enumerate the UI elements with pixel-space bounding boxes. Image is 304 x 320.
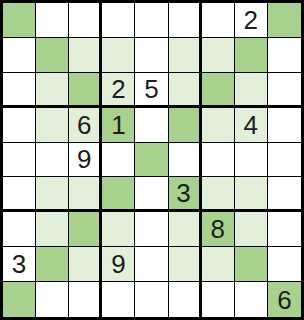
cell-r9c6[interactable] bbox=[169, 282, 202, 317]
cell-r6c5[interactable] bbox=[135, 177, 168, 212]
cell-r6c1[interactable] bbox=[3, 177, 36, 212]
cell-r1c5[interactable] bbox=[135, 3, 168, 38]
cell-r2c6[interactable] bbox=[169, 38, 202, 73]
cell-r3c1[interactable] bbox=[3, 73, 36, 108]
cell-r1c9[interactable] bbox=[268, 3, 301, 38]
cell-r1c2[interactable] bbox=[36, 3, 69, 38]
cell-r9c2[interactable] bbox=[36, 282, 69, 317]
cell-r7c4[interactable] bbox=[102, 212, 135, 247]
cell-r1c4[interactable] bbox=[102, 3, 135, 38]
cell-r9c1[interactable] bbox=[3, 282, 36, 317]
cell-r3c4[interactable]: 2 bbox=[102, 73, 135, 108]
cell-r2c8[interactable] bbox=[235, 38, 268, 73]
cell-r9c5[interactable] bbox=[135, 282, 168, 317]
cell-r1c1[interactable] bbox=[3, 3, 36, 38]
cell-r3c3[interactable] bbox=[69, 73, 102, 108]
cell-r6c9[interactable] bbox=[268, 177, 301, 212]
cell-r2c2[interactable] bbox=[36, 38, 69, 73]
cell-r4c1[interactable] bbox=[3, 108, 36, 143]
cell-r2c4[interactable] bbox=[102, 38, 135, 73]
cell-r8c2[interactable] bbox=[36, 247, 69, 282]
cell-r5c3[interactable]: 9 bbox=[69, 143, 102, 178]
cell-r3c2[interactable] bbox=[36, 73, 69, 108]
cell-r4c5[interactable] bbox=[135, 108, 168, 143]
cell-r6c2[interactable] bbox=[36, 177, 69, 212]
cell-r3c5[interactable]: 5 bbox=[135, 73, 168, 108]
cell-r5c2[interactable] bbox=[36, 143, 69, 178]
cell-r5c5[interactable] bbox=[135, 143, 168, 178]
cell-r1c3[interactable] bbox=[69, 3, 102, 38]
cell-r9c9[interactable]: 6 bbox=[268, 282, 301, 317]
cell-r4c2[interactable] bbox=[36, 108, 69, 143]
cell-r2c5[interactable] bbox=[135, 38, 168, 73]
cell-r2c7[interactable] bbox=[202, 38, 235, 73]
cell-r7c9[interactable] bbox=[268, 212, 301, 247]
cell-r1c6[interactable] bbox=[169, 3, 202, 38]
cell-r5c8[interactable] bbox=[235, 143, 268, 178]
cell-r4c7[interactable] bbox=[202, 108, 235, 143]
cell-r1c7[interactable] bbox=[202, 3, 235, 38]
cell-r5c1[interactable] bbox=[3, 143, 36, 178]
cell-r7c1[interactable] bbox=[3, 212, 36, 247]
cell-r3c8[interactable] bbox=[235, 73, 268, 108]
cell-r6c3[interactable] bbox=[69, 177, 102, 212]
cell-r7c7[interactable]: 8 bbox=[202, 212, 235, 247]
cell-r7c6[interactable] bbox=[169, 212, 202, 247]
cell-r8c7[interactable] bbox=[202, 247, 235, 282]
cell-r8c6[interactable] bbox=[169, 247, 202, 282]
cell-r8c5[interactable] bbox=[135, 247, 168, 282]
cell-r3c9[interactable] bbox=[268, 73, 301, 108]
cell-r7c8[interactable] bbox=[235, 212, 268, 247]
cell-r5c9[interactable] bbox=[268, 143, 301, 178]
cell-r7c3[interactable] bbox=[69, 212, 102, 247]
cell-r8c8[interactable] bbox=[235, 247, 268, 282]
cell-r4c4[interactable]: 1 bbox=[102, 108, 135, 143]
cell-r2c9[interactable] bbox=[268, 38, 301, 73]
cell-r9c3[interactable] bbox=[69, 282, 102, 317]
cell-r8c9[interactable] bbox=[268, 247, 301, 282]
cell-r4c3[interactable]: 6 bbox=[69, 108, 102, 143]
cell-r1c8[interactable]: 2 bbox=[235, 3, 268, 38]
cell-r9c8[interactable] bbox=[235, 282, 268, 317]
cell-r8c3[interactable] bbox=[69, 247, 102, 282]
cell-r4c8[interactable]: 4 bbox=[235, 108, 268, 143]
sudoku-board: 225614938396 bbox=[0, 0, 304, 320]
cell-r9c7[interactable] bbox=[202, 282, 235, 317]
cell-r8c1[interactable]: 3 bbox=[3, 247, 36, 282]
cell-r3c7[interactable] bbox=[202, 73, 235, 108]
cell-r3c6[interactable] bbox=[169, 73, 202, 108]
cell-r4c6[interactable] bbox=[169, 108, 202, 143]
cell-r9c4[interactable] bbox=[102, 282, 135, 317]
cell-r4c9[interactable] bbox=[268, 108, 301, 143]
cell-r5c4[interactable] bbox=[102, 143, 135, 178]
cell-r2c1[interactable] bbox=[3, 38, 36, 73]
cell-r7c2[interactable] bbox=[36, 212, 69, 247]
cell-r6c8[interactable] bbox=[235, 177, 268, 212]
cell-r6c7[interactable] bbox=[202, 177, 235, 212]
cell-r6c4[interactable] bbox=[102, 177, 135, 212]
cell-r8c4[interactable]: 9 bbox=[102, 247, 135, 282]
cell-r5c7[interactable] bbox=[202, 143, 235, 178]
cell-r7c5[interactable] bbox=[135, 212, 168, 247]
cell-r5c6[interactable] bbox=[169, 143, 202, 178]
cell-r2c3[interactable] bbox=[69, 38, 102, 73]
cell-r6c6[interactable]: 3 bbox=[169, 177, 202, 212]
